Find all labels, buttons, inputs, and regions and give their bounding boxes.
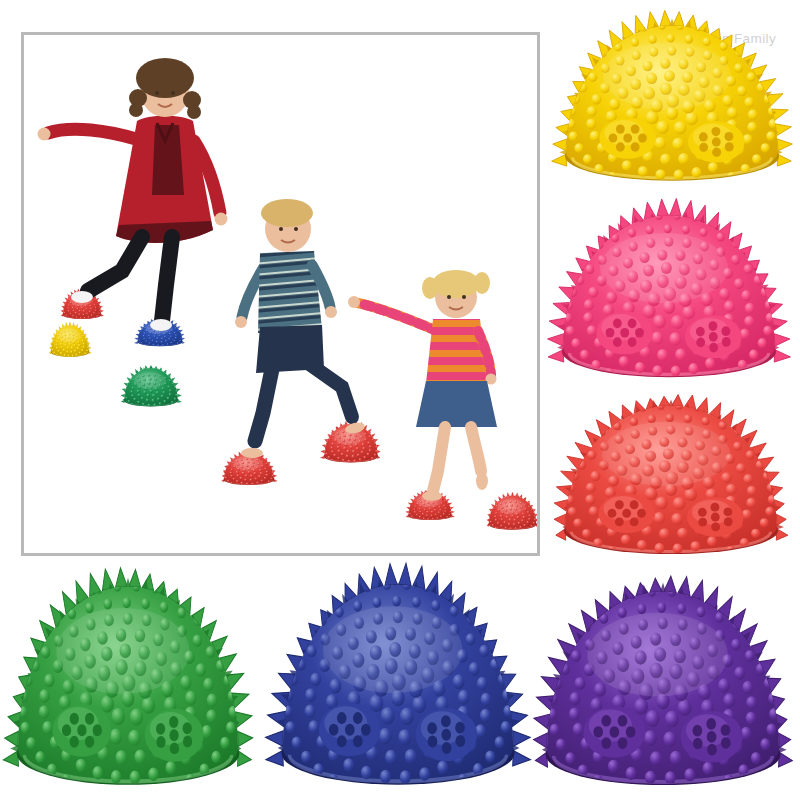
product-ball-green: [0, 560, 256, 798]
pod-yellow: [49, 322, 91, 357]
product-ball-red: [548, 386, 794, 564]
pod-red: [487, 492, 537, 530]
child-girl-striped-top: [348, 270, 497, 501]
product-ball-yellow: [549, 5, 795, 191]
product-collage: un Family: [0, 0, 800, 800]
product-ball-pink: [546, 194, 792, 388]
photo-scene: [24, 35, 537, 553]
lifestyle-photo: [21, 32, 540, 556]
product-ball-blue: [264, 558, 532, 798]
product-ball-purple: [528, 566, 798, 798]
pod-green: [121, 365, 182, 406]
child-girl-red-tunic: [38, 58, 228, 331]
child-boy-striped-shirt: [235, 199, 366, 458]
